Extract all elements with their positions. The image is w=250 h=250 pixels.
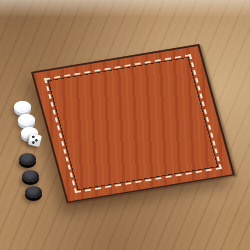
off-board-black-checker[interactable] (25, 186, 42, 198)
off-board-black-checker[interactable] (19, 153, 36, 165)
dice[interactable] (28, 133, 43, 148)
off-board-black-checker[interactable] (22, 170, 39, 182)
table-surface (0, 0, 250, 250)
checkers-board (31, 44, 235, 203)
board-grid (49, 58, 217, 189)
off-board-white-checker[interactable] (14, 101, 31, 113)
off-board-white-checker[interactable] (18, 114, 35, 126)
